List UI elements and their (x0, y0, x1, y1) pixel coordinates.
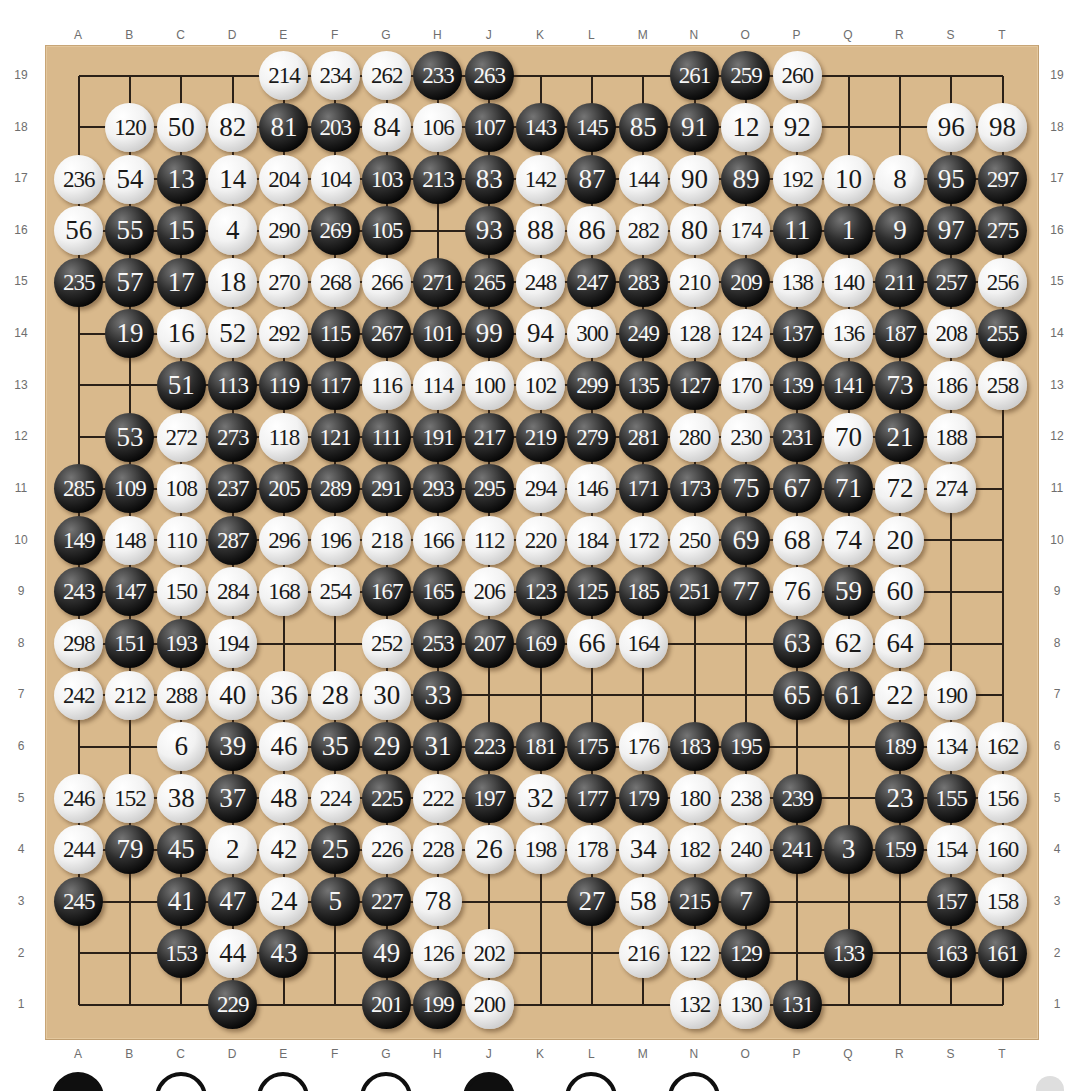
board-point-L7[interactable] (566, 669, 617, 721)
board-point-E13[interactable]: 119 (258, 360, 309, 412)
white-stone-P15[interactable]: 138 (773, 258, 822, 307)
black-stone-F18[interactable]: 203 (311, 103, 360, 152)
board-point-C14[interactable]: 16 (156, 308, 207, 360)
board-point-E7[interactable]: 36 (258, 669, 309, 721)
white-stone-A8[interactable]: 298 (54, 619, 103, 668)
board-point-O18[interactable]: 12 (720, 102, 771, 154)
board-point-E12[interactable]: 118 (258, 411, 309, 463)
black-stone-M18[interactable]: 85 (619, 103, 668, 152)
board-point-F6[interactable]: 35 (310, 721, 361, 773)
white-stone-T4[interactable]: 160 (978, 825, 1027, 874)
board-point-C1[interactable] (156, 979, 207, 1031)
black-stone-S3[interactable]: 157 (927, 877, 976, 926)
board-point-B6[interactable] (104, 721, 155, 773)
black-stone-S16[interactable]: 97 (927, 206, 976, 255)
black-stone-G9[interactable]: 167 (362, 567, 411, 616)
black-stone-T16[interactable]: 275 (978, 206, 1027, 255)
black-stone-K18[interactable]: 143 (516, 103, 565, 152)
board-point-E4[interactable]: 42 (258, 824, 309, 876)
black-stone-H17[interactable]: 213 (413, 155, 462, 204)
white-stone-P9[interactable]: 76 (773, 567, 822, 616)
black-stone-P5[interactable]: 239 (773, 774, 822, 823)
white-stone-E12[interactable]: 118 (259, 413, 308, 462)
board-point-H7[interactable]: 33 (412, 669, 463, 721)
white-stone-K11[interactable]: 294 (516, 464, 565, 513)
board-point-S11[interactable]: 274 (926, 463, 977, 515)
white-stone-E10[interactable]: 296 (259, 516, 308, 565)
white-stone-R10[interactable]: 20 (875, 516, 924, 565)
black-stone-L3[interactable]: 27 (567, 877, 616, 926)
white-stone-M4[interactable]: 34 (619, 825, 668, 874)
board-point-P17[interactable]: 192 (772, 153, 823, 205)
board-point-R6[interactable]: 189 (874, 721, 925, 773)
board-point-A17[interactable]: 236 (53, 153, 104, 205)
board-point-K19[interactable] (515, 50, 566, 102)
black-stone-H7[interactable]: 33 (413, 671, 462, 720)
board-point-R3[interactable] (874, 876, 925, 928)
black-stone-G1[interactable]: 201 (362, 980, 411, 1029)
board-point-A4[interactable]: 244 (53, 824, 104, 876)
board-point-S1[interactable] (926, 979, 977, 1031)
board-point-C15[interactable]: 17 (156, 256, 207, 308)
white-stone-J13[interactable]: 100 (465, 361, 514, 410)
black-stone-F16[interactable]: 269 (311, 206, 360, 255)
board-point-S2[interactable]: 163 (926, 927, 977, 979)
board-point-H5[interactable]: 222 (412, 773, 463, 825)
black-stone-N3[interactable]: 215 (670, 877, 719, 926)
black-stone-M5[interactable]: 179 (619, 774, 668, 823)
board-point-C12[interactable]: 272 (156, 411, 207, 463)
black-stone-J19[interactable]: 263 (465, 51, 514, 100)
black-stone-F11[interactable]: 289 (311, 464, 360, 513)
black-stone-H8[interactable]: 253 (413, 619, 462, 668)
white-stone-L8[interactable]: 66 (567, 619, 616, 668)
black-stone-C2[interactable]: 153 (157, 929, 206, 978)
board-point-B10[interactable]: 148 (104, 514, 155, 566)
board-point-O12[interactable]: 230 (720, 411, 771, 463)
board-point-Q1[interactable] (823, 979, 874, 1031)
white-stone-N10[interactable]: 250 (670, 516, 719, 565)
white-stone-E7[interactable]: 36 (259, 671, 308, 720)
board-point-H4[interactable]: 228 (412, 824, 463, 876)
black-stone-B14[interactable]: 19 (105, 309, 154, 358)
white-stone-T6[interactable]: 162 (978, 722, 1027, 771)
board-point-E17[interactable]: 204 (258, 153, 309, 205)
board-point-P14[interactable]: 137 (772, 308, 823, 360)
white-stone-A17[interactable]: 236 (54, 155, 103, 204)
board-point-S17[interactable]: 95 (926, 153, 977, 205)
board-point-H6[interactable]: 31 (412, 721, 463, 773)
board-point-P13[interactable]: 139 (772, 360, 823, 412)
black-stone-G16[interactable]: 105 (362, 206, 411, 255)
board-point-O6[interactable]: 195 (720, 721, 771, 773)
board-point-O17[interactable]: 89 (720, 153, 771, 205)
board-point-E11[interactable]: 205 (258, 463, 309, 515)
white-stone-E6[interactable]: 46 (259, 722, 308, 771)
board-point-Q7[interactable]: 61 (823, 669, 874, 721)
board-point-S5[interactable]: 155 (926, 773, 977, 825)
white-stone-S18[interactable]: 96 (927, 103, 976, 152)
black-stone-M11[interactable]: 171 (619, 464, 668, 513)
black-stone-J16[interactable]: 93 (465, 206, 514, 255)
black-stone-O17[interactable]: 89 (721, 155, 770, 204)
board-point-C4[interactable]: 45 (156, 824, 207, 876)
black-stone-L15[interactable]: 247 (567, 258, 616, 307)
board-point-D1[interactable]: 229 (207, 979, 258, 1031)
board-point-C8[interactable]: 193 (156, 618, 207, 670)
board-point-T7[interactable] (977, 669, 1028, 721)
black-stone-P1[interactable]: 131 (773, 980, 822, 1029)
board-point-D2[interactable]: 44 (207, 927, 258, 979)
board-point-S12[interactable]: 188 (926, 411, 977, 463)
white-stone-D4[interactable]: 2 (208, 825, 257, 874)
board-point-O4[interactable]: 240 (720, 824, 771, 876)
board-point-G2[interactable]: 49 (361, 927, 412, 979)
board-point-H19[interactable]: 233 (412, 50, 463, 102)
board-point-H18[interactable]: 106 (412, 102, 463, 154)
board-point-Q14[interactable]: 136 (823, 308, 874, 360)
board-point-K6[interactable]: 181 (515, 721, 566, 773)
black-stone-E13[interactable]: 119 (259, 361, 308, 410)
board-point-T4[interactable]: 160 (977, 824, 1028, 876)
white-stone-D2[interactable]: 44 (208, 929, 257, 978)
board-point-B9[interactable]: 147 (104, 566, 155, 618)
white-stone-F9[interactable]: 254 (311, 567, 360, 616)
black-stone-D10[interactable]: 287 (208, 516, 257, 565)
black-stone-N11[interactable]: 173 (670, 464, 719, 513)
board-point-T1[interactable] (977, 979, 1028, 1031)
board-point-G17[interactable]: 103 (361, 153, 412, 205)
black-stone-N9[interactable]: 251 (670, 567, 719, 616)
board-point-F4[interactable]: 25 (310, 824, 361, 876)
board-point-L1[interactable] (566, 979, 617, 1031)
white-stone-G13[interactable]: 116 (362, 361, 411, 410)
board-point-G14[interactable]: 267 (361, 308, 412, 360)
white-stone-D7[interactable]: 40 (208, 671, 257, 720)
white-stone-C6[interactable]: 6 (157, 722, 206, 771)
white-stone-Q10[interactable]: 74 (824, 516, 873, 565)
board-point-E5[interactable]: 48 (258, 773, 309, 825)
board-point-K2[interactable] (515, 927, 566, 979)
board-point-G10[interactable]: 218 (361, 514, 412, 566)
white-stone-L4[interactable]: 178 (567, 825, 616, 874)
black-stone-B8[interactable]: 151 (105, 619, 154, 668)
white-stone-F7[interactable]: 28 (311, 671, 360, 720)
board-point-C5[interactable]: 38 (156, 773, 207, 825)
black-stone-C3[interactable]: 41 (157, 877, 206, 926)
white-stone-K10[interactable]: 220 (516, 516, 565, 565)
white-stone-S7[interactable]: 190 (927, 671, 976, 720)
board-point-G11[interactable]: 291 (361, 463, 412, 515)
white-stone-T13[interactable]: 258 (978, 361, 1027, 410)
board-point-R12[interactable]: 21 (874, 411, 925, 463)
board-point-T5[interactable]: 156 (977, 773, 1028, 825)
board-point-S18[interactable]: 96 (926, 102, 977, 154)
board-point-L19[interactable] (566, 50, 617, 102)
white-stone-L10[interactable]: 184 (567, 516, 616, 565)
white-stone-N12[interactable]: 280 (670, 413, 719, 462)
white-stone-G8[interactable]: 252 (362, 619, 411, 668)
board-point-N12[interactable]: 280 (669, 411, 720, 463)
board-point-C2[interactable]: 153 (156, 927, 207, 979)
white-stone-D17[interactable]: 14 (208, 155, 257, 204)
board-point-K11[interactable]: 294 (515, 463, 566, 515)
board-point-E9[interactable]: 168 (258, 566, 309, 618)
board-point-D6[interactable]: 39 (207, 721, 258, 773)
board-point-B4[interactable]: 79 (104, 824, 155, 876)
board-point-K4[interactable]: 198 (515, 824, 566, 876)
black-stone-B12[interactable]: 53 (105, 413, 154, 462)
board-point-R18[interactable] (874, 102, 925, 154)
black-stone-P12[interactable]: 231 (773, 413, 822, 462)
black-stone-C13[interactable]: 51 (157, 361, 206, 410)
white-stone-J10[interactable]: 112 (465, 516, 514, 565)
black-stone-F4[interactable]: 25 (311, 825, 360, 874)
board-point-A10[interactable]: 149 (53, 514, 104, 566)
board-point-N9[interactable]: 251 (669, 566, 720, 618)
board-point-G18[interactable]: 84 (361, 102, 412, 154)
black-stone-J17[interactable]: 83 (465, 155, 514, 204)
black-stone-O19[interactable]: 259 (721, 51, 770, 100)
white-stone-Q12[interactable]: 70 (824, 413, 873, 462)
black-stone-B11[interactable]: 109 (105, 464, 154, 513)
board-point-J5[interactable]: 197 (464, 773, 515, 825)
black-stone-G14[interactable]: 267 (362, 309, 411, 358)
black-stone-H1[interactable]: 199 (413, 980, 462, 1029)
black-stone-O15[interactable]: 209 (721, 258, 770, 307)
black-stone-T2[interactable]: 161 (978, 929, 1027, 978)
black-stone-P16[interactable]: 11 (773, 206, 822, 255)
board-point-M9[interactable]: 185 (618, 566, 669, 618)
board-point-E19[interactable]: 214 (258, 50, 309, 102)
black-stone-S2[interactable]: 163 (927, 929, 976, 978)
board-point-D17[interactable]: 14 (207, 153, 258, 205)
black-stone-T14[interactable]: 255 (978, 309, 1027, 358)
board-point-Q8[interactable]: 62 (823, 618, 874, 670)
board-point-F19[interactable]: 234 (310, 50, 361, 102)
black-stone-D1[interactable]: 229 (208, 980, 257, 1029)
board-point-B3[interactable] (104, 876, 155, 928)
black-stone-M14[interactable]: 249 (619, 309, 668, 358)
white-stone-C10[interactable]: 110 (157, 516, 206, 565)
board-point-J13[interactable]: 100 (464, 360, 515, 412)
board-point-B1[interactable] (104, 979, 155, 1031)
board-point-L5[interactable]: 177 (566, 773, 617, 825)
board-point-T10[interactable] (977, 514, 1028, 566)
board-point-K12[interactable]: 219 (515, 411, 566, 463)
board-point-N17[interactable]: 90 (669, 153, 720, 205)
board-point-S13[interactable]: 186 (926, 360, 977, 412)
white-stone-N15[interactable]: 210 (670, 258, 719, 307)
board-point-H15[interactable]: 271 (412, 256, 463, 308)
white-stone-B10[interactable]: 148 (105, 516, 154, 565)
board-point-R16[interactable]: 9 (874, 205, 925, 257)
black-stone-O11[interactable]: 75 (721, 464, 770, 513)
black-stone-H11[interactable]: 293 (413, 464, 462, 513)
board-point-F13[interactable]: 117 (310, 360, 361, 412)
black-stone-Q11[interactable]: 71 (824, 464, 873, 513)
board-point-T9[interactable] (977, 566, 1028, 618)
white-stone-M6[interactable]: 176 (619, 722, 668, 771)
board-point-L13[interactable]: 299 (566, 360, 617, 412)
board-point-J11[interactable]: 295 (464, 463, 515, 515)
board-point-T18[interactable]: 98 (977, 102, 1028, 154)
board-point-J6[interactable]: 223 (464, 721, 515, 773)
board-point-T12[interactable] (977, 411, 1028, 463)
black-stone-A11[interactable]: 285 (54, 464, 103, 513)
board-point-A3[interactable]: 245 (53, 876, 104, 928)
black-stone-N6[interactable]: 183 (670, 722, 719, 771)
white-stone-O12[interactable]: 230 (721, 413, 770, 462)
white-stone-D9[interactable]: 284 (208, 567, 257, 616)
board-point-J10[interactable]: 112 (464, 514, 515, 566)
black-stone-O9[interactable]: 77 (721, 567, 770, 616)
board-point-N4[interactable]: 182 (669, 824, 720, 876)
black-stone-H19[interactable]: 233 (413, 51, 462, 100)
white-stone-M10[interactable]: 172 (619, 516, 668, 565)
black-stone-F13[interactable]: 117 (311, 361, 360, 410)
board-point-L12[interactable]: 279 (566, 411, 617, 463)
white-stone-C18[interactable]: 50 (157, 103, 206, 152)
white-stone-E15[interactable]: 270 (259, 258, 308, 307)
white-stone-H18[interactable]: 106 (413, 103, 462, 152)
white-stone-R17[interactable]: 8 (875, 155, 924, 204)
board-point-J7[interactable] (464, 669, 515, 721)
white-stone-T18[interactable]: 98 (978, 103, 1027, 152)
white-stone-T5[interactable]: 156 (978, 774, 1027, 823)
board-point-F2[interactable] (310, 927, 361, 979)
board-point-M6[interactable]: 176 (618, 721, 669, 773)
black-stone-F14[interactable]: 115 (311, 309, 360, 358)
board-point-D9[interactable]: 284 (207, 566, 258, 618)
board-point-M3[interactable]: 58 (618, 876, 669, 928)
board-point-A8[interactable]: 298 (53, 618, 104, 670)
white-stone-H2[interactable]: 126 (413, 929, 462, 978)
white-stone-E3[interactable]: 24 (259, 877, 308, 926)
board-point-M10[interactable]: 172 (618, 514, 669, 566)
board-point-Q17[interactable]: 10 (823, 153, 874, 205)
board-point-E6[interactable]: 46 (258, 721, 309, 773)
board-point-R9[interactable]: 60 (874, 566, 925, 618)
board-point-K1[interactable] (515, 979, 566, 1031)
white-stone-D16[interactable]: 4 (208, 206, 257, 255)
board-point-O11[interactable]: 75 (720, 463, 771, 515)
black-stone-B4[interactable]: 79 (105, 825, 154, 874)
white-stone-N4[interactable]: 182 (670, 825, 719, 874)
board-point-S3[interactable]: 157 (926, 876, 977, 928)
white-stone-G18[interactable]: 84 (362, 103, 411, 152)
black-stone-A9[interactable]: 243 (54, 567, 103, 616)
white-stone-R7[interactable]: 22 (875, 671, 924, 720)
board-point-B2[interactable] (104, 927, 155, 979)
board-point-M4[interactable]: 34 (618, 824, 669, 876)
board-point-T3[interactable]: 158 (977, 876, 1028, 928)
board-point-J14[interactable]: 99 (464, 308, 515, 360)
white-stone-G19[interactable]: 262 (362, 51, 411, 100)
black-stone-F12[interactable]: 121 (311, 413, 360, 462)
black-stone-L17[interactable]: 87 (567, 155, 616, 204)
board-point-S8[interactable] (926, 618, 977, 670)
board-point-D12[interactable]: 273 (207, 411, 258, 463)
board-point-F18[interactable]: 203 (310, 102, 361, 154)
board-point-P16[interactable]: 11 (772, 205, 823, 257)
board-point-S4[interactable]: 154 (926, 824, 977, 876)
board-point-E15[interactable]: 270 (258, 256, 309, 308)
white-stone-G7[interactable]: 30 (362, 671, 411, 720)
black-stone-S17[interactable]: 95 (927, 155, 976, 204)
board-point-D13[interactable]: 113 (207, 360, 258, 412)
board-point-S16[interactable]: 97 (926, 205, 977, 257)
white-stone-N16[interactable]: 80 (670, 206, 719, 255)
black-stone-P14[interactable]: 137 (773, 309, 822, 358)
board-point-J17[interactable]: 83 (464, 153, 515, 205)
board-point-E16[interactable]: 290 (258, 205, 309, 257)
white-stone-E4[interactable]: 42 (259, 825, 308, 874)
board-point-G8[interactable]: 252 (361, 618, 412, 670)
black-stone-Q2[interactable]: 133 (824, 929, 873, 978)
board-point-R11[interactable]: 72 (874, 463, 925, 515)
board-point-M5[interactable]: 179 (618, 773, 669, 825)
board-point-L15[interactable]: 247 (566, 256, 617, 308)
black-stone-L12[interactable]: 279 (567, 413, 616, 462)
board-point-E2[interactable]: 43 (258, 927, 309, 979)
board-point-N13[interactable]: 127 (669, 360, 720, 412)
board-point-K7[interactable] (515, 669, 566, 721)
board-point-S10[interactable] (926, 514, 977, 566)
board-point-L3[interactable]: 27 (566, 876, 617, 928)
board-point-B7[interactable]: 212 (104, 669, 155, 721)
board-point-L10[interactable]: 184 (566, 514, 617, 566)
black-stone-S5[interactable]: 155 (927, 774, 976, 823)
board-point-P12[interactable]: 231 (772, 411, 823, 463)
board-point-N19[interactable]: 261 (669, 50, 720, 102)
black-stone-H15[interactable]: 271 (413, 258, 462, 307)
board-point-T6[interactable]: 162 (977, 721, 1028, 773)
white-stone-E16[interactable]: 290 (259, 206, 308, 255)
white-stone-S4[interactable]: 154 (927, 825, 976, 874)
board-point-F8[interactable] (310, 618, 361, 670)
board-point-L17[interactable]: 87 (566, 153, 617, 205)
black-stone-D6[interactable]: 39 (208, 722, 257, 771)
white-stone-O4[interactable]: 240 (721, 825, 770, 874)
black-stone-G11[interactable]: 291 (362, 464, 411, 513)
black-stone-R14[interactable]: 187 (875, 309, 924, 358)
board-point-H12[interactable]: 191 (412, 411, 463, 463)
board-point-Q6[interactable] (823, 721, 874, 773)
black-stone-L6[interactable]: 175 (567, 722, 616, 771)
board-point-C7[interactable]: 288 (156, 669, 207, 721)
white-stone-E5[interactable]: 48 (259, 774, 308, 823)
board-point-G15[interactable]: 266 (361, 256, 412, 308)
board-point-K5[interactable]: 32 (515, 773, 566, 825)
board-point-O2[interactable]: 129 (720, 927, 771, 979)
black-stone-J8[interactable]: 207 (465, 619, 514, 668)
black-stone-E11[interactable]: 205 (259, 464, 308, 513)
board-point-M17[interactable]: 144 (618, 153, 669, 205)
white-stone-K17[interactable]: 142 (516, 155, 565, 204)
board-point-A1[interactable] (53, 979, 104, 1031)
black-stone-D13[interactable]: 113 (208, 361, 257, 410)
black-stone-C16[interactable]: 15 (157, 206, 206, 255)
board-point-R4[interactable]: 159 (874, 824, 925, 876)
black-stone-G17[interactable]: 103 (362, 155, 411, 204)
board-point-M19[interactable] (618, 50, 669, 102)
board-point-H11[interactable]: 293 (412, 463, 463, 515)
black-stone-T17[interactable]: 297 (978, 155, 1027, 204)
white-stone-P17[interactable]: 192 (773, 155, 822, 204)
board-point-T2[interactable]: 161 (977, 927, 1028, 979)
board-point-G13[interactable]: 116 (361, 360, 412, 412)
